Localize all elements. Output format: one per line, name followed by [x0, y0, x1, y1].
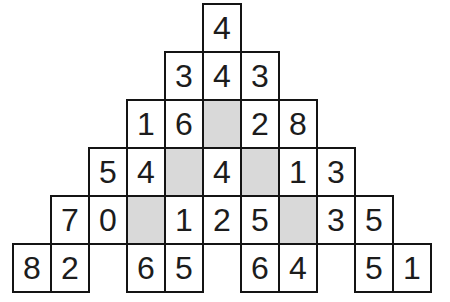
number-cell-r4c6: 4 — [202, 147, 242, 197]
number-cell-r4c3: 5 — [88, 147, 128, 197]
number-cell-r5c6: 2 — [202, 195, 242, 245]
blocked-cell-r4c7 — [240, 147, 280, 197]
number-cell-r6c11: 1 — [392, 243, 432, 293]
number-cell-r5c7: 5 — [240, 195, 280, 245]
number-cell-r6c4: 6 — [126, 243, 166, 293]
blocked-cell-r5c8 — [278, 195, 318, 245]
number-cell-r2c5: 3 — [164, 51, 204, 101]
number-cell-r5c9: 3 — [316, 195, 356, 245]
number-cell-r6c8: 4 — [278, 243, 318, 293]
pyramid-board: 4343162854413701253582656451 — [13, 4, 431, 292]
number-cell-r6c10: 5 — [354, 243, 394, 293]
blocked-cell-r3c6 — [202, 99, 242, 149]
number-cell-r3c7: 2 — [240, 99, 280, 149]
number-cell-r6c1: 8 — [12, 243, 52, 293]
number-cell-r5c3: 0 — [88, 195, 128, 245]
number-cell-r5c10: 5 — [354, 195, 394, 245]
number-cell-r4c8: 1 — [278, 147, 318, 197]
number-cell-r3c4: 1 — [126, 99, 166, 149]
number-cell-r6c7: 6 — [240, 243, 280, 293]
number-cell-r2c6: 4 — [202, 51, 242, 101]
blocked-cell-r5c4 — [126, 195, 166, 245]
number-cell-r6c2: 2 — [50, 243, 90, 293]
number-cell-r4c9: 3 — [316, 147, 356, 197]
number-cell-r3c8: 8 — [278, 99, 318, 149]
number-cell-r3c5: 6 — [164, 99, 204, 149]
blocked-cell-r4c5 — [164, 147, 204, 197]
number-cell-r1c6: 4 — [202, 3, 242, 53]
number-cell-r6c5: 5 — [164, 243, 204, 293]
number-cell-r4c4: 4 — [126, 147, 166, 197]
number-cell-r5c5: 1 — [164, 195, 204, 245]
number-cell-r5c2: 7 — [50, 195, 90, 245]
number-cell-r2c7: 3 — [240, 51, 280, 101]
